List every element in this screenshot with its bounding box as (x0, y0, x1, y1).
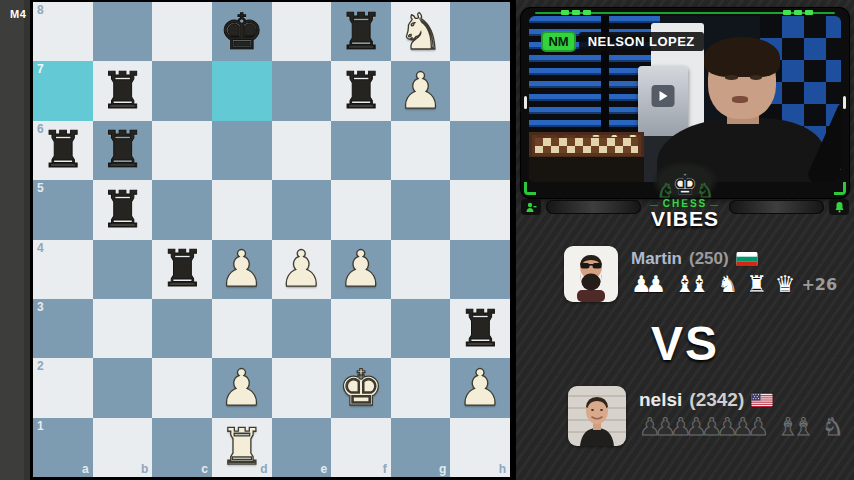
square-d7[interactable] (212, 61, 272, 120)
captured-group: ♟♟♟♟♟♟♟♟ (639, 413, 777, 441)
white-pawn-h2[interactable]: ♟ (450, 358, 510, 417)
frame-tick-left (524, 96, 527, 109)
player-row-top: Martin (250) ♟♟♝♝♞♜♛ +26 (564, 246, 837, 302)
square-c3[interactable] (152, 299, 212, 358)
square-c4[interactable]: ♜ (152, 240, 212, 299)
chess-table (529, 157, 644, 182)
square-b7[interactable]: ♜ (93, 61, 153, 120)
square-b3[interactable] (93, 299, 153, 358)
overlay-bar-left (546, 200, 641, 214)
black-rook-h3[interactable]: ♜ (450, 299, 510, 358)
square-b1[interactable]: b (93, 418, 153, 477)
square-a6[interactable]: 6♜ (33, 121, 93, 180)
square-e5[interactable] (272, 180, 332, 239)
frame-corner-right (834, 182, 846, 195)
captured-pieces-top: ♟♟♝♝♞♜♛ +26 (631, 273, 837, 296)
square-h4[interactable] (450, 240, 510, 299)
square-a2[interactable]: 2 (33, 358, 93, 417)
logo-text-vibes: VIBES (630, 207, 740, 231)
notification-icon (829, 199, 849, 215)
white-rook-d1[interactable]: ♜ (212, 418, 272, 477)
square-b5[interactable]: ♜ (93, 180, 153, 239)
square-d6[interactable] (212, 121, 272, 180)
title-badge: NM (541, 31, 575, 52)
file-label-b: b (141, 462, 148, 476)
white-pawn-f4[interactable]: ♟ (331, 240, 391, 299)
player-name-bottom: nelsi (639, 389, 682, 411)
display-chess-pieces: ♜♞♝♚♝♞ (532, 132, 641, 139)
rank-label-3: 3 (37, 300, 44, 314)
flag-bulgaria (736, 252, 758, 266)
square-e2[interactable] (272, 358, 332, 417)
file-label-h: h (499, 462, 506, 476)
square-e1[interactable]: e (272, 418, 332, 477)
square-a1[interactable]: 1a (33, 418, 93, 477)
square-d2[interactable]: ♟ (212, 358, 272, 417)
streamer-name-badge: NM NELSON LOPEZ (541, 31, 703, 52)
square-f7[interactable]: ♜ (331, 61, 391, 120)
square-h7[interactable] (450, 61, 510, 120)
square-g8[interactable]: ♞ (391, 2, 451, 61)
white-pawn-e4[interactable]: ♟ (272, 240, 332, 299)
square-f8[interactable]: ♜ (331, 2, 391, 61)
player-row-bottom: nelsi (2342) ♟♟♟♟♟♟♟♟♝♝♞ (568, 386, 852, 446)
square-g1[interactable]: g (391, 418, 451, 477)
accent-dashes-left (561, 10, 591, 15)
square-h2[interactable]: ♟ (450, 358, 510, 417)
mate-in-label: M4 (0, 0, 30, 20)
square-g3[interactable] (391, 299, 451, 358)
square-f4[interactable]: ♟ (331, 240, 391, 299)
white-pawn-g7[interactable]: ♟ (391, 61, 451, 120)
logo-knight-right-icon: ♞ (696, 181, 713, 200)
square-a5[interactable]: 5 (33, 180, 93, 239)
square-b8[interactable] (93, 2, 153, 61)
square-d3[interactable] (212, 299, 272, 358)
accent-dashes-right (783, 10, 813, 15)
white-pawn-d4[interactable]: ♟ (212, 240, 272, 299)
square-g2[interactable] (391, 358, 451, 417)
square-e7[interactable] (272, 61, 332, 120)
square-h8[interactable] (450, 2, 510, 61)
square-a8[interactable]: 8 (33, 2, 93, 61)
black-rook-f7[interactable]: ♜ (331, 61, 391, 120)
square-b6[interactable]: ♜ (93, 121, 153, 180)
square-f1[interactable]: f (331, 418, 391, 477)
file-label-a: a (82, 462, 89, 476)
square-e3[interactable] (272, 299, 332, 358)
square-c8[interactable] (152, 2, 212, 61)
file-label-e: e (320, 462, 327, 476)
rank-label-1: 1 (37, 419, 44, 433)
square-d1[interactable]: d♜ (212, 418, 272, 477)
rank-label-8: 8 (37, 3, 44, 17)
captured-group: ♞ (718, 271, 747, 297)
follower-icon (521, 199, 541, 215)
rank-label-2: 2 (37, 359, 44, 373)
captured-pieces-bottom: ♟♟♟♟♟♟♟♟♝♝♞ (639, 415, 852, 439)
display-chessboard: ♜♞♝♚♝♞ (529, 132, 644, 159)
black-rook-b7[interactable]: ♜ (93, 61, 153, 120)
flag-usa (751, 393, 773, 407)
square-f6[interactable] (331, 121, 391, 180)
captured-group: ♞ (822, 413, 852, 441)
square-h1[interactable]: h (450, 418, 510, 477)
black-king-d8[interactable]: ♚ (212, 2, 272, 61)
player-rating-bottom: (2342) (689, 389, 744, 411)
square-e8[interactable] (272, 2, 332, 61)
square-f2[interactable]: ♚ (331, 358, 391, 417)
square-c2[interactable] (152, 358, 212, 417)
square-c7[interactable] (152, 61, 212, 120)
overlay-bar-right (729, 200, 824, 214)
rank-label-5: 5 (37, 181, 44, 195)
avatar-nelsi (568, 386, 626, 446)
square-e4[interactable]: ♟ (272, 240, 332, 299)
square-a4[interactable]: 4 (33, 240, 93, 299)
stream-panel: ♜♞♝♚♝♞ NM NELSON LOPEZ (516, 0, 854, 480)
logo-knight-left-icon: ♞ (657, 181, 674, 200)
square-g7[interactable]: ♟ (391, 61, 451, 120)
player-name-line-top: Martin (250) (631, 249, 837, 269)
black-rook-f8[interactable]: ♜ (331, 2, 391, 61)
square-h6[interactable] (450, 121, 510, 180)
file-label-c: c (201, 462, 208, 476)
square-d4[interactable]: ♟ (212, 240, 272, 299)
streamer-name: NELSON LOPEZ (579, 32, 704, 51)
file-label-g: g (439, 462, 446, 476)
square-e6[interactable] (272, 121, 332, 180)
move-counter-strip: M4 (0, 0, 30, 480)
captured-group: ♝♝ (777, 413, 822, 441)
square-a7[interactable]: 7 (33, 61, 93, 120)
square-a3[interactable]: 3 (33, 299, 93, 358)
captured-group: ♜ (746, 271, 775, 297)
chess-board[interactable]: 8♚♜♞7♜♜♟6♜♜5♜4♜♟♟♟3♜2♟♚♟1abcd♜efgh (33, 2, 510, 477)
black-rook-a6[interactable]: ♜ (33, 121, 93, 180)
rank-label-7: 7 (37, 62, 44, 76)
square-c5[interactable] (152, 180, 212, 239)
streamer-person (654, 29, 829, 182)
white-knight-g8[interactable]: ♞ (391, 2, 451, 61)
material-score: +26 (801, 275, 837, 294)
square-g4[interactable] (391, 240, 451, 299)
chess-vibes-logo: ♞ ♚ ♞ CHESS VIBES (630, 162, 740, 231)
frame-tick-right (843, 96, 846, 109)
square-c6[interactable] (152, 121, 212, 180)
square-d5[interactable] (212, 180, 272, 239)
logo-emblem: ♞ ♚ ♞ (653, 162, 717, 200)
square-g6[interactable] (391, 121, 451, 180)
square-f3[interactable] (331, 299, 391, 358)
captured-group: ♝♝ (674, 271, 717, 297)
captured-group: ♟♟ (631, 271, 674, 297)
square-h5[interactable] (450, 180, 510, 239)
white-pawn-d2[interactable]: ♟ (212, 358, 272, 417)
square-f5[interactable] (331, 180, 391, 239)
white-king-f2[interactable]: ♚ (331, 358, 391, 417)
app-window: M4 8♚♜♞7♜♜♟6♜♜5♜4♜♟♟♟3♜2♟♚♟1abcd♜efgh (0, 0, 854, 480)
file-label-f: f (383, 462, 387, 476)
captured-group: ♛ (775, 271, 804, 297)
logo-king-icon: ♚ (672, 170, 699, 200)
rank-label-4: 4 (37, 241, 44, 255)
square-b4[interactable] (93, 240, 153, 299)
vs-label: VS (516, 316, 854, 371)
square-h3[interactable]: ♜ (450, 299, 510, 358)
webcam-video: ♜♞♝♚♝♞ NM NELSON LOPEZ (529, 16, 841, 182)
player-name-line-bottom: nelsi (2342) (639, 389, 852, 411)
frame-corner-left (524, 182, 536, 195)
avatar-martin (564, 246, 618, 302)
player-rating-top: (250) (689, 249, 729, 269)
square-d8[interactable]: ♚ (212, 2, 272, 61)
black-rook-c4[interactable]: ♜ (152, 240, 212, 299)
square-b2[interactable] (93, 358, 153, 417)
square-g5[interactable] (391, 180, 451, 239)
square-c1[interactable]: c (152, 418, 212, 477)
black-rook-b5[interactable]: ♜ (93, 180, 153, 239)
player-name-top: Martin (631, 249, 682, 269)
black-rook-b6[interactable]: ♜ (93, 121, 153, 180)
